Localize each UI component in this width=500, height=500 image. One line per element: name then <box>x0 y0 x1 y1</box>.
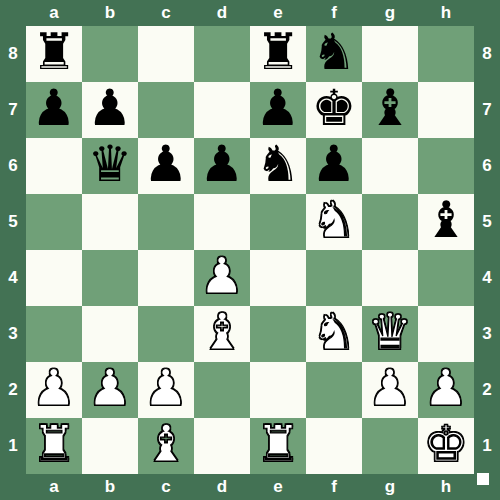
square-f2[interactable] <box>306 362 362 418</box>
file-label-top-e: e <box>250 0 306 26</box>
square-b5[interactable] <box>82 194 138 250</box>
piece-black-pawn-c6[interactable]: ♟ <box>144 138 189 192</box>
rank-label-left-1: 1 <box>0 418 26 474</box>
square-g1[interactable] <box>362 418 418 474</box>
square-h6[interactable] <box>418 138 474 194</box>
square-d5[interactable] <box>194 194 250 250</box>
square-e1[interactable]: ♜ <box>250 418 306 474</box>
square-c8[interactable] <box>138 26 194 82</box>
chessboard-frame: ♜♜♞♟♟♟♚♝♛♟♟♞♟♞♝♟♝♞♛♟♟♟♟♟♜♝♜♚ aabbccddeef… <box>0 0 500 500</box>
piece-black-rook-e8[interactable]: ♜ <box>256 26 301 80</box>
rank-label-right-4: 4 <box>474 250 500 306</box>
rank-label-left-6: 6 <box>0 138 26 194</box>
square-b7[interactable]: ♟ <box>82 82 138 138</box>
square-h4[interactable] <box>418 250 474 306</box>
rank-label-right-7: 7 <box>474 82 500 138</box>
square-c3[interactable] <box>138 306 194 362</box>
square-e4[interactable] <box>250 250 306 306</box>
rank-label-left-4: 4 <box>0 250 26 306</box>
file-label-bottom-f: f <box>306 474 362 500</box>
chessboard: ♜♜♞♟♟♟♚♝♛♟♟♞♟♞♝♟♝♞♛♟♟♟♟♟♜♝♜♚ <box>26 26 474 474</box>
rank-label-left-5: 5 <box>0 194 26 250</box>
piece-black-king-f7[interactable]: ♚ <box>312 82 357 136</box>
square-c4[interactable] <box>138 250 194 306</box>
piece-black-pawn-d6[interactable]: ♟ <box>200 138 245 192</box>
piece-white-queen-g3[interactable]: ♛ <box>368 306 413 360</box>
piece-black-pawn-a7[interactable]: ♟ <box>32 82 77 136</box>
file-label-bottom-e: e <box>250 474 306 500</box>
square-g5[interactable] <box>362 194 418 250</box>
file-label-bottom-c: c <box>138 474 194 500</box>
square-c6[interactable]: ♟ <box>138 138 194 194</box>
square-c7[interactable] <box>138 82 194 138</box>
square-g6[interactable] <box>362 138 418 194</box>
square-a2[interactable]: ♟ <box>26 362 82 418</box>
piece-black-bishop-h5[interactable]: ♝ <box>424 194 469 248</box>
piece-white-knight-f3[interactable]: ♞ <box>312 306 357 360</box>
file-label-bottom-b: b <box>82 474 138 500</box>
square-e3[interactable] <box>250 306 306 362</box>
square-d2[interactable] <box>194 362 250 418</box>
rank-label-right-1: 1 <box>474 418 500 474</box>
square-f6[interactable]: ♟ <box>306 138 362 194</box>
square-g4[interactable] <box>362 250 418 306</box>
square-e6[interactable]: ♞ <box>250 138 306 194</box>
square-f1[interactable] <box>306 418 362 474</box>
piece-white-rook-e1[interactable]: ♜ <box>256 418 301 472</box>
square-h7[interactable] <box>418 82 474 138</box>
file-label-bottom-d: d <box>194 474 250 500</box>
square-a6[interactable] <box>26 138 82 194</box>
square-a3[interactable] <box>26 306 82 362</box>
file-label-top-h: h <box>418 0 474 26</box>
piece-black-knight-f8[interactable]: ♞ <box>312 26 357 80</box>
square-c2[interactable]: ♟ <box>138 362 194 418</box>
square-f8[interactable]: ♞ <box>306 26 362 82</box>
square-b3[interactable] <box>82 306 138 362</box>
file-label-bottom-a: a <box>26 474 82 500</box>
square-g3[interactable]: ♛ <box>362 306 418 362</box>
rank-label-right-6: 6 <box>474 138 500 194</box>
piece-black-pawn-f6[interactable]: ♟ <box>312 138 357 192</box>
rank-label-right-2: 2 <box>474 362 500 418</box>
piece-white-pawn-d4[interactable]: ♟ <box>200 250 245 304</box>
square-h1[interactable]: ♚ <box>418 418 474 474</box>
square-g8[interactable] <box>362 26 418 82</box>
piece-white-pawn-g2[interactable]: ♟ <box>368 362 413 416</box>
square-h2[interactable]: ♟ <box>418 362 474 418</box>
square-a4[interactable] <box>26 250 82 306</box>
square-f7[interactable]: ♚ <box>306 82 362 138</box>
file-label-top-c: c <box>138 0 194 26</box>
square-g2[interactable]: ♟ <box>362 362 418 418</box>
piece-white-knight-f5[interactable]: ♞ <box>312 194 357 248</box>
piece-white-pawn-b2[interactable]: ♟ <box>88 362 133 416</box>
square-f4[interactable] <box>306 250 362 306</box>
square-a1[interactable]: ♜ <box>26 418 82 474</box>
rank-label-right-3: 3 <box>474 306 500 362</box>
square-b4[interactable] <box>82 250 138 306</box>
piece-black-pawn-b7[interactable]: ♟ <box>88 82 133 136</box>
piece-white-rook-a1[interactable]: ♜ <box>32 418 77 472</box>
square-a7[interactable]: ♟ <box>26 82 82 138</box>
square-e7[interactable]: ♟ <box>250 82 306 138</box>
file-label-top-g: g <box>362 0 418 26</box>
square-a5[interactable] <box>26 194 82 250</box>
rank-label-left-7: 7 <box>0 82 26 138</box>
square-d7[interactable] <box>194 82 250 138</box>
square-e5[interactable] <box>250 194 306 250</box>
piece-white-bishop-c1[interactable]: ♝ <box>144 418 189 472</box>
piece-white-pawn-h2[interactable]: ♟ <box>424 362 469 416</box>
file-label-bottom-h: h <box>418 474 474 500</box>
piece-black-bishop-g7[interactable]: ♝ <box>368 82 413 136</box>
rank-label-left-3: 3 <box>0 306 26 362</box>
square-b8[interactable] <box>82 26 138 82</box>
piece-black-queen-b6[interactable]: ♛ <box>88 138 133 192</box>
square-h8[interactable] <box>418 26 474 82</box>
square-d6[interactable]: ♟ <box>194 138 250 194</box>
square-f3[interactable]: ♞ <box>306 306 362 362</box>
square-d1[interactable] <box>194 418 250 474</box>
square-a8[interactable]: ♜ <box>26 26 82 82</box>
square-c5[interactable] <box>138 194 194 250</box>
file-label-bottom-g: g <box>362 474 418 500</box>
square-g7[interactable]: ♝ <box>362 82 418 138</box>
rank-label-right-5: 5 <box>474 194 500 250</box>
square-c1[interactable]: ♝ <box>138 418 194 474</box>
file-label-top-f: f <box>306 0 362 26</box>
square-e2[interactable] <box>250 362 306 418</box>
piece-white-bishop-d3[interactable]: ♝ <box>200 306 245 360</box>
file-label-top-a: a <box>26 0 82 26</box>
piece-black-rook-a8[interactable]: ♜ <box>32 26 77 80</box>
square-d3[interactable]: ♝ <box>194 306 250 362</box>
piece-black-pawn-e7[interactable]: ♟ <box>256 82 301 136</box>
square-d4[interactable]: ♟ <box>194 250 250 306</box>
square-h3[interactable] <box>418 306 474 362</box>
piece-white-pawn-a2[interactable]: ♟ <box>32 362 77 416</box>
square-f5[interactable]: ♞ <box>306 194 362 250</box>
piece-white-king-h1[interactable]: ♚ <box>424 418 469 472</box>
square-b2[interactable]: ♟ <box>82 362 138 418</box>
square-e8[interactable]: ♜ <box>250 26 306 82</box>
square-b6[interactable]: ♛ <box>82 138 138 194</box>
rank-label-left-8: 8 <box>0 26 26 82</box>
piece-white-pawn-c2[interactable]: ♟ <box>144 362 189 416</box>
corner-logo-square <box>477 473 489 485</box>
square-h5[interactable]: ♝ <box>418 194 474 250</box>
rank-label-right-8: 8 <box>474 26 500 82</box>
rank-label-left-2: 2 <box>0 362 26 418</box>
square-d8[interactable] <box>194 26 250 82</box>
square-b1[interactable] <box>82 418 138 474</box>
file-label-top-d: d <box>194 0 250 26</box>
piece-black-knight-e6[interactable]: ♞ <box>256 138 301 192</box>
file-label-top-b: b <box>82 0 138 26</box>
